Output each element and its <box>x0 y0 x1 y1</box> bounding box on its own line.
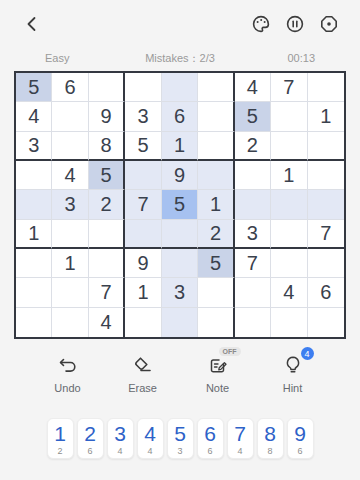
numpad-remaining-count: 2 <box>57 447 62 456</box>
board-cell[interactable]: 6 <box>162 102 198 131</box>
board-cell[interactable]: 6 <box>52 73 88 102</box>
theme-palette-button[interactable] <box>250 13 272 35</box>
note-off-badge: OFF <box>219 347 241 356</box>
undo-button[interactable]: Undo <box>30 353 105 394</box>
numpad-remaining-count: 8 <box>267 447 272 456</box>
board-cell[interactable] <box>89 73 125 102</box>
numpad-digit: 1 <box>54 423 66 444</box>
board-cell[interactable]: 5 <box>235 102 271 131</box>
mistakes-label: Mistakes：2/3 <box>45 51 315 66</box>
timer-label: 00:13 <box>287 52 315 64</box>
board-cell[interactable]: 7 <box>235 249 271 278</box>
board-cell[interactable]: 7 <box>271 73 307 102</box>
hint-label: Hint <box>283 382 303 394</box>
board-cell[interactable]: 4 <box>235 73 271 102</box>
numpad-key-8[interactable]: 88 <box>257 418 284 459</box>
difficulty-label: Easy <box>45 52 69 64</box>
numpad-remaining-count: 6 <box>207 447 212 456</box>
board-cell[interactable] <box>198 161 234 190</box>
board-cell[interactable]: 3 <box>125 102 161 131</box>
board-cell[interactable]: 7 <box>125 190 161 219</box>
undo-icon <box>55 353 81 377</box>
board-cell[interactable]: 6 <box>308 278 344 307</box>
erase-label: Erase <box>128 382 157 394</box>
board-cell[interactable] <box>198 73 234 102</box>
board-cell[interactable]: 4 <box>16 102 52 131</box>
board-cell[interactable] <box>52 308 88 337</box>
board-cell[interactable] <box>198 278 234 307</box>
numpad-remaining-count: 4 <box>147 447 152 456</box>
board-cell[interactable]: 7 <box>308 220 344 249</box>
challenge-button[interactable] <box>318 13 340 35</box>
board-cell[interactable]: 7 <box>89 278 125 307</box>
sudoku-board: 56474936513851245913275112371957713464 <box>14 71 346 339</box>
note-pencil-icon: OFF <box>205 353 231 377</box>
board-cell[interactable] <box>125 308 161 337</box>
pause-button[interactable] <box>284 13 306 35</box>
board-cell[interactable]: 9 <box>125 249 161 278</box>
board-cell[interactable] <box>235 278 271 307</box>
numpad-remaining-count: 4 <box>117 447 122 456</box>
hint-count-badge: 4 <box>301 347 314 360</box>
board-cell[interactable] <box>308 73 344 102</box>
board-cell[interactable] <box>308 161 344 190</box>
numpad-digit: 9 <box>294 423 306 444</box>
board-cell[interactable] <box>125 161 161 190</box>
status-row: Easy Mistakes：2/3 00:13 <box>45 50 315 66</box>
numpad-key-7[interactable]: 74 <box>227 418 254 459</box>
toolbar: Undo Erase OFF Note 4 <box>30 353 330 394</box>
board-cell[interactable] <box>89 220 125 249</box>
undo-label: Undo <box>54 382 80 394</box>
board-cell[interactable] <box>16 249 52 278</box>
board-cell[interactable] <box>52 102 88 131</box>
eraser-icon <box>130 353 156 377</box>
board-cell[interactable] <box>16 190 52 219</box>
board-cell[interactable]: 4 <box>52 161 88 190</box>
board-cell[interactable] <box>52 132 88 161</box>
board-cell[interactable]: 5 <box>16 73 52 102</box>
board-cell[interactable] <box>162 308 198 337</box>
chevron-left-icon <box>23 15 41 33</box>
top-bar <box>0 4 360 44</box>
numpad-remaining-count: 6 <box>297 447 302 456</box>
number-pad: 122634445366748896 <box>0 418 360 459</box>
board-cell[interactable]: 2 <box>235 132 271 161</box>
board-cell[interactable] <box>198 308 234 337</box>
board-cell[interactable] <box>162 249 198 278</box>
numpad-key-2[interactable]: 26 <box>77 418 104 459</box>
board-cell[interactable]: 5 <box>162 190 198 219</box>
numpad-digit: 3 <box>114 423 126 444</box>
numpad-digit: 5 <box>174 423 186 444</box>
board-cell[interactable]: 1 <box>52 249 88 278</box>
numpad-digit: 2 <box>84 423 96 444</box>
board-cell[interactable] <box>308 308 344 337</box>
board-cell[interactable] <box>308 132 344 161</box>
numpad-key-1[interactable]: 12 <box>47 418 74 459</box>
board-cell[interactable] <box>89 249 125 278</box>
board-cell[interactable]: 4 <box>271 278 307 307</box>
board-cell[interactable] <box>235 308 271 337</box>
numpad-digit: 6 <box>204 423 216 444</box>
board-cell[interactable] <box>271 220 307 249</box>
board-cell[interactable]: 5 <box>89 161 125 190</box>
numpad-digit: 8 <box>264 423 276 444</box>
numpad-key-4[interactable]: 44 <box>137 418 164 459</box>
board-cell[interactable]: 2 <box>198 220 234 249</box>
numpad-key-3[interactable]: 34 <box>107 418 134 459</box>
board-cell[interactable] <box>235 161 271 190</box>
board-cell[interactable] <box>125 220 161 249</box>
numpad-key-5[interactable]: 53 <box>167 418 194 459</box>
board-cell[interactable] <box>308 249 344 278</box>
board-cell[interactable] <box>52 220 88 249</box>
hint-button[interactable]: 4 Hint <box>255 353 330 394</box>
board-cell[interactable]: 1 <box>16 220 52 249</box>
board-cell[interactable] <box>271 102 307 131</box>
octagon-dot-icon <box>319 14 339 34</box>
numpad-digit: 4 <box>144 423 156 444</box>
numpad-key-9[interactable]: 96 <box>287 418 314 459</box>
board-cell[interactable]: 1 <box>198 190 234 219</box>
lightbulb-icon: 4 <box>280 353 306 377</box>
board-cell[interactable]: 5 <box>125 132 161 161</box>
numpad-remaining-count: 3 <box>177 447 182 456</box>
note-button[interactable]: OFF Note <box>180 353 255 394</box>
board-cell[interactable] <box>16 308 52 337</box>
back-button[interactable] <box>20 12 44 36</box>
board-cell[interactable] <box>198 132 234 161</box>
board-cell[interactable]: 8 <box>89 132 125 161</box>
board-cell[interactable] <box>16 278 52 307</box>
numpad-digit: 7 <box>234 423 246 444</box>
numpad-key-6[interactable]: 66 <box>197 418 224 459</box>
board-cell[interactable]: 1 <box>271 161 307 190</box>
board-cell[interactable]: 9 <box>162 161 198 190</box>
board-cell[interactable] <box>271 132 307 161</box>
note-label: Note <box>206 382 229 394</box>
board-cell[interactable] <box>52 278 88 307</box>
board-cell[interactable] <box>308 190 344 219</box>
board-cell[interactable]: 1 <box>162 132 198 161</box>
board-cell[interactable]: 5 <box>198 249 234 278</box>
board-cell[interactable]: 3 <box>52 190 88 219</box>
board-cell[interactable] <box>162 73 198 102</box>
board-cell[interactable] <box>198 102 234 131</box>
board-cell[interactable] <box>162 220 198 249</box>
board-cell[interactable]: 1 <box>125 278 161 307</box>
palette-icon <box>251 14 271 34</box>
board-cell[interactable]: 4 <box>89 308 125 337</box>
board-cell[interactable]: 1 <box>308 102 344 131</box>
board-cell[interactable]: 3 <box>16 132 52 161</box>
board-cell[interactable]: 2 <box>89 190 125 219</box>
board-cell[interactable]: 3 <box>162 278 198 307</box>
board-cell[interactable] <box>125 73 161 102</box>
numpad-remaining-count: 4 <box>237 447 242 456</box>
board-cell[interactable] <box>271 308 307 337</box>
board-cell[interactable] <box>271 249 307 278</box>
numpad-remaining-count: 6 <box>87 447 92 456</box>
board-cell[interactable] <box>235 190 271 219</box>
board-cell[interactable]: 3 <box>235 220 271 249</box>
board-cell[interactable]: 9 <box>89 102 125 131</box>
erase-button[interactable]: Erase <box>105 353 180 394</box>
pause-icon <box>285 14 305 34</box>
board-cell[interactable] <box>271 190 307 219</box>
board-cell[interactable] <box>16 161 52 190</box>
